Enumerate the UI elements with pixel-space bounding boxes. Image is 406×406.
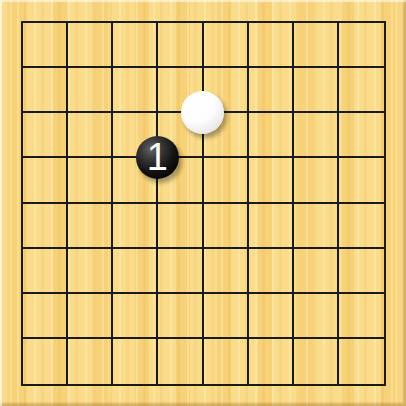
- board-cell: [294, 68, 339, 113]
- board-cell: [339, 68, 384, 113]
- board-cell: [158, 294, 203, 339]
- board-cell: [249, 339, 294, 384]
- board-cell: [339, 339, 384, 384]
- board-cell: [204, 339, 249, 384]
- black-stone: 1: [136, 136, 179, 179]
- board-cell: [113, 204, 158, 249]
- board-cell: [68, 294, 113, 339]
- go-board[interactable]: 1: [0, 0, 406, 406]
- board-cell: [204, 249, 249, 294]
- board-cell: [339, 113, 384, 158]
- board-cell: [339, 158, 384, 203]
- board-cell: [294, 23, 339, 68]
- board-cell: [339, 249, 384, 294]
- board-cell: [68, 23, 113, 68]
- board-cell: [68, 68, 113, 113]
- board-cell: [204, 158, 249, 203]
- board-cell: [23, 113, 68, 158]
- board-cell: [68, 113, 113, 158]
- board-cell: [158, 339, 203, 384]
- board-cell: [23, 204, 68, 249]
- board-cell: [23, 294, 68, 339]
- board-cell: [68, 339, 113, 384]
- board-cell: [68, 158, 113, 203]
- board-cell: [339, 294, 384, 339]
- board-cell: [158, 23, 203, 68]
- board-cell: [249, 158, 294, 203]
- board-cell: [113, 294, 158, 339]
- board-cell: [249, 23, 294, 68]
- board-cell: [204, 294, 249, 339]
- white-stone: [181, 91, 224, 134]
- board-cell: [68, 249, 113, 294]
- board-cell: [294, 249, 339, 294]
- board-cell: [249, 249, 294, 294]
- board-cell: [204, 23, 249, 68]
- board-cell: [23, 23, 68, 68]
- board-cell: [23, 249, 68, 294]
- board-cell: [294, 113, 339, 158]
- board-cell: [249, 294, 294, 339]
- board-cell: [204, 204, 249, 249]
- board-cell: [249, 204, 294, 249]
- board-cell: [113, 68, 158, 113]
- board-cell: [158, 249, 203, 294]
- board-cell: [249, 68, 294, 113]
- board-cell: [294, 339, 339, 384]
- board-cell: [23, 339, 68, 384]
- board-cell: [23, 158, 68, 203]
- board-cell: [294, 204, 339, 249]
- board-cell: [339, 204, 384, 249]
- board-cell: [249, 113, 294, 158]
- board-cell: [113, 23, 158, 68]
- board-cell: [23, 68, 68, 113]
- board-grid[interactable]: [21, 21, 386, 386]
- board-cell: [113, 249, 158, 294]
- board-cell: [68, 204, 113, 249]
- move-number-label: 1: [147, 138, 168, 176]
- board-cell: [113, 339, 158, 384]
- board-cell: [158, 204, 203, 249]
- board-cell: [294, 294, 339, 339]
- board-cell: [294, 158, 339, 203]
- board-cell: [339, 23, 384, 68]
